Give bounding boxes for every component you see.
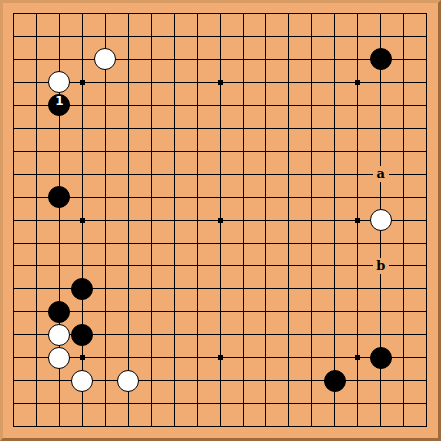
star-point — [80, 80, 85, 85]
star-point — [355, 80, 360, 85]
black-stone — [71, 324, 93, 346]
star-point — [218, 355, 223, 360]
grid-line-horizontal — [13, 311, 427, 312]
white-stone — [94, 48, 116, 70]
go-board: 1ab — [0, 0, 441, 441]
grid-line-vertical — [288, 13, 289, 427]
grid-line-vertical — [265, 13, 266, 427]
grid-line-vertical — [334, 13, 335, 427]
point-letter-label: b — [373, 258, 389, 274]
black-stone — [48, 186, 70, 208]
white-stone — [117, 370, 139, 392]
black-stone — [370, 48, 392, 70]
point-letter-label: a — [373, 166, 389, 182]
move-number-label: 1 — [48, 94, 70, 116]
grid-line-vertical — [426, 13, 427, 427]
star-point — [80, 355, 85, 360]
grid-line-horizontal — [13, 265, 427, 266]
black-stone — [370, 347, 392, 369]
grid-line-vertical — [243, 13, 244, 427]
star-point — [355, 218, 360, 223]
star-point — [218, 80, 223, 85]
black-stone — [48, 301, 70, 323]
grid-line-horizontal — [13, 243, 427, 244]
grid-line-horizontal — [13, 426, 427, 427]
white-stone — [48, 324, 70, 346]
grid-line-vertical — [311, 13, 312, 427]
grid-line-horizontal — [13, 403, 427, 404]
white-stone — [48, 347, 70, 369]
star-point — [80, 218, 85, 223]
white-stone — [71, 370, 93, 392]
star-point — [355, 355, 360, 360]
white-stone — [370, 209, 392, 231]
black-stone — [324, 370, 346, 392]
grid-line-vertical — [403, 13, 404, 427]
star-point — [218, 218, 223, 223]
black-stone — [71, 278, 93, 300]
white-stone — [48, 71, 70, 93]
